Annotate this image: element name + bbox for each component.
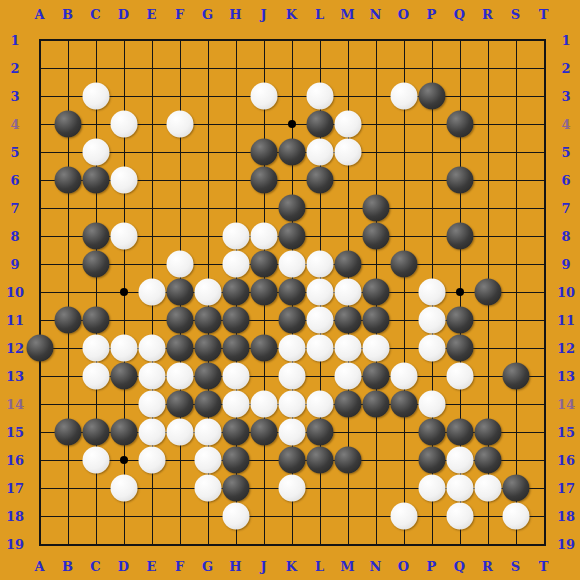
intersection-N1[interactable]	[362, 26, 390, 54]
intersection-Q11[interactable]	[446, 306, 474, 334]
intersection-T16[interactable]	[530, 446, 558, 474]
intersection-T8[interactable]	[530, 222, 558, 250]
intersection-S4[interactable]	[502, 110, 530, 138]
intersection-K6[interactable]	[278, 166, 306, 194]
intersection-P3[interactable]	[418, 82, 446, 110]
intersection-P5[interactable]	[418, 138, 446, 166]
intersection-H6[interactable]	[222, 166, 250, 194]
intersection-J13[interactable]	[250, 362, 278, 390]
intersection-O19[interactable]	[390, 530, 418, 558]
intersection-M5[interactable]	[334, 138, 362, 166]
intersection-R10[interactable]	[474, 278, 502, 306]
intersection-B2[interactable]	[54, 54, 82, 82]
intersection-B16[interactable]	[54, 446, 82, 474]
intersection-T15[interactable]	[530, 418, 558, 446]
intersection-M16[interactable]	[334, 446, 362, 474]
intersection-Q2[interactable]	[446, 54, 474, 82]
intersection-M3[interactable]	[334, 82, 362, 110]
intersection-S3[interactable]	[502, 82, 530, 110]
intersection-G1[interactable]	[194, 26, 222, 54]
intersection-M15[interactable]	[334, 418, 362, 446]
intersection-C18[interactable]	[82, 502, 110, 530]
intersection-B6[interactable]	[54, 166, 82, 194]
intersection-Q8[interactable]	[446, 222, 474, 250]
intersection-H11[interactable]	[222, 306, 250, 334]
intersection-T5[interactable]	[530, 138, 558, 166]
intersection-C17[interactable]	[82, 474, 110, 502]
intersection-S16[interactable]	[502, 446, 530, 474]
intersection-Q5[interactable]	[446, 138, 474, 166]
intersection-L9[interactable]	[306, 250, 334, 278]
intersection-P10[interactable]	[418, 278, 446, 306]
intersection-L15[interactable]	[306, 418, 334, 446]
intersection-F8[interactable]	[166, 222, 194, 250]
intersection-F5[interactable]	[166, 138, 194, 166]
intersection-P9[interactable]	[418, 250, 446, 278]
intersection-B8[interactable]	[54, 222, 82, 250]
intersection-R4[interactable]	[474, 110, 502, 138]
intersection-N7[interactable]	[362, 194, 390, 222]
intersection-N2[interactable]	[362, 54, 390, 82]
intersection-B19[interactable]	[54, 530, 82, 558]
intersection-Q10[interactable]	[446, 278, 474, 306]
intersection-T12[interactable]	[530, 334, 558, 362]
intersection-M18[interactable]	[334, 502, 362, 530]
intersection-C12[interactable]	[82, 334, 110, 362]
intersection-S5[interactable]	[502, 138, 530, 166]
intersection-J16[interactable]	[250, 446, 278, 474]
intersection-R14[interactable]	[474, 390, 502, 418]
intersection-F12[interactable]	[166, 334, 194, 362]
intersection-J17[interactable]	[250, 474, 278, 502]
intersection-D4[interactable]	[110, 110, 138, 138]
intersection-D17[interactable]	[110, 474, 138, 502]
intersection-N16[interactable]	[362, 446, 390, 474]
intersection-N14[interactable]	[362, 390, 390, 418]
intersection-D1[interactable]	[110, 26, 138, 54]
intersection-E2[interactable]	[138, 54, 166, 82]
intersection-A2[interactable]	[26, 54, 54, 82]
intersection-O18[interactable]	[390, 502, 418, 530]
intersection-K2[interactable]	[278, 54, 306, 82]
intersection-B14[interactable]	[54, 390, 82, 418]
intersection-M8[interactable]	[334, 222, 362, 250]
intersection-S12[interactable]	[502, 334, 530, 362]
intersection-O9[interactable]	[390, 250, 418, 278]
intersection-K4[interactable]	[278, 110, 306, 138]
intersection-A16[interactable]	[26, 446, 54, 474]
intersection-L16[interactable]	[306, 446, 334, 474]
intersection-Q9[interactable]	[446, 250, 474, 278]
intersection-S1[interactable]	[502, 26, 530, 54]
intersection-A14[interactable]	[26, 390, 54, 418]
intersection-R13[interactable]	[474, 362, 502, 390]
intersection-G3[interactable]	[194, 82, 222, 110]
intersection-A11[interactable]	[26, 306, 54, 334]
intersection-P4[interactable]	[418, 110, 446, 138]
intersection-R9[interactable]	[474, 250, 502, 278]
intersection-A9[interactable]	[26, 250, 54, 278]
intersection-G16[interactable]	[194, 446, 222, 474]
intersection-D7[interactable]	[110, 194, 138, 222]
intersection-G4[interactable]	[194, 110, 222, 138]
intersection-O12[interactable]	[390, 334, 418, 362]
intersection-G13[interactable]	[194, 362, 222, 390]
intersection-F10[interactable]	[166, 278, 194, 306]
intersection-O16[interactable]	[390, 446, 418, 474]
intersection-P8[interactable]	[418, 222, 446, 250]
intersection-S6[interactable]	[502, 166, 530, 194]
intersection-T13[interactable]	[530, 362, 558, 390]
intersection-N15[interactable]	[362, 418, 390, 446]
intersection-P13[interactable]	[418, 362, 446, 390]
intersection-N17[interactable]	[362, 474, 390, 502]
intersection-L17[interactable]	[306, 474, 334, 502]
intersection-R6[interactable]	[474, 166, 502, 194]
intersection-P17[interactable]	[418, 474, 446, 502]
intersection-B4[interactable]	[54, 110, 82, 138]
intersection-L3[interactable]	[306, 82, 334, 110]
intersection-T4[interactable]	[530, 110, 558, 138]
intersection-H1[interactable]	[222, 26, 250, 54]
intersection-E5[interactable]	[138, 138, 166, 166]
intersection-H14[interactable]	[222, 390, 250, 418]
intersection-F6[interactable]	[166, 166, 194, 194]
intersection-P19[interactable]	[418, 530, 446, 558]
intersection-E15[interactable]	[138, 418, 166, 446]
intersection-E7[interactable]	[138, 194, 166, 222]
intersection-R2[interactable]	[474, 54, 502, 82]
intersection-P1[interactable]	[418, 26, 446, 54]
intersection-N5[interactable]	[362, 138, 390, 166]
intersection-O5[interactable]	[390, 138, 418, 166]
intersection-K8[interactable]	[278, 222, 306, 250]
intersection-S11[interactable]	[502, 306, 530, 334]
intersection-N6[interactable]	[362, 166, 390, 194]
intersection-A13[interactable]	[26, 362, 54, 390]
intersection-J3[interactable]	[250, 82, 278, 110]
intersection-Q15[interactable]	[446, 418, 474, 446]
intersection-C2[interactable]	[82, 54, 110, 82]
intersection-A12[interactable]	[26, 334, 54, 362]
intersection-M17[interactable]	[334, 474, 362, 502]
intersection-D13[interactable]	[110, 362, 138, 390]
intersection-D8[interactable]	[110, 222, 138, 250]
intersection-N11[interactable]	[362, 306, 390, 334]
intersection-K10[interactable]	[278, 278, 306, 306]
intersection-Q19[interactable]	[446, 530, 474, 558]
intersection-E13[interactable]	[138, 362, 166, 390]
intersection-R11[interactable]	[474, 306, 502, 334]
intersection-J12[interactable]	[250, 334, 278, 362]
intersection-A8[interactable]	[26, 222, 54, 250]
intersection-O2[interactable]	[390, 54, 418, 82]
intersection-F9[interactable]	[166, 250, 194, 278]
intersection-C14[interactable]	[82, 390, 110, 418]
intersection-T10[interactable]	[530, 278, 558, 306]
intersection-F3[interactable]	[166, 82, 194, 110]
intersection-A19[interactable]	[26, 530, 54, 558]
intersection-J11[interactable]	[250, 306, 278, 334]
intersection-E4[interactable]	[138, 110, 166, 138]
intersection-A17[interactable]	[26, 474, 54, 502]
intersection-O11[interactable]	[390, 306, 418, 334]
intersection-G17[interactable]	[194, 474, 222, 502]
intersection-A3[interactable]	[26, 82, 54, 110]
intersection-G8[interactable]	[194, 222, 222, 250]
intersection-D14[interactable]	[110, 390, 138, 418]
intersection-N4[interactable]	[362, 110, 390, 138]
intersection-A6[interactable]	[26, 166, 54, 194]
intersection-R17[interactable]	[474, 474, 502, 502]
intersection-C4[interactable]	[82, 110, 110, 138]
intersection-C5[interactable]	[82, 138, 110, 166]
intersection-J8[interactable]	[250, 222, 278, 250]
intersection-F11[interactable]	[166, 306, 194, 334]
intersection-Q7[interactable]	[446, 194, 474, 222]
intersection-H5[interactable]	[222, 138, 250, 166]
intersection-S10[interactable]	[502, 278, 530, 306]
intersection-C1[interactable]	[82, 26, 110, 54]
intersection-D16[interactable]	[110, 446, 138, 474]
intersection-T14[interactable]	[530, 390, 558, 418]
intersection-E8[interactable]	[138, 222, 166, 250]
intersection-D15[interactable]	[110, 418, 138, 446]
intersection-B17[interactable]	[54, 474, 82, 502]
intersection-L2[interactable]	[306, 54, 334, 82]
intersection-H2[interactable]	[222, 54, 250, 82]
intersection-T7[interactable]	[530, 194, 558, 222]
intersection-B13[interactable]	[54, 362, 82, 390]
intersection-J2[interactable]	[250, 54, 278, 82]
intersection-J15[interactable]	[250, 418, 278, 446]
intersection-K9[interactable]	[278, 250, 306, 278]
intersection-M7[interactable]	[334, 194, 362, 222]
intersection-F13[interactable]	[166, 362, 194, 390]
intersection-H7[interactable]	[222, 194, 250, 222]
intersection-M2[interactable]	[334, 54, 362, 82]
intersection-S8[interactable]	[502, 222, 530, 250]
intersection-J18[interactable]	[250, 502, 278, 530]
intersection-K19[interactable]	[278, 530, 306, 558]
intersection-J4[interactable]	[250, 110, 278, 138]
intersection-A1[interactable]	[26, 26, 54, 54]
intersection-K17[interactable]	[278, 474, 306, 502]
intersection-M13[interactable]	[334, 362, 362, 390]
intersection-L13[interactable]	[306, 362, 334, 390]
intersection-J5[interactable]	[250, 138, 278, 166]
intersection-C16[interactable]	[82, 446, 110, 474]
intersection-T2[interactable]	[530, 54, 558, 82]
intersection-G6[interactable]	[194, 166, 222, 194]
intersection-K16[interactable]	[278, 446, 306, 474]
intersection-G18[interactable]	[194, 502, 222, 530]
intersection-S9[interactable]	[502, 250, 530, 278]
intersection-A10[interactable]	[26, 278, 54, 306]
intersection-T17[interactable]	[530, 474, 558, 502]
intersection-H13[interactable]	[222, 362, 250, 390]
intersection-M11[interactable]	[334, 306, 362, 334]
intersection-G15[interactable]	[194, 418, 222, 446]
intersection-T6[interactable]	[530, 166, 558, 194]
intersection-K13[interactable]	[278, 362, 306, 390]
intersection-J7[interactable]	[250, 194, 278, 222]
intersection-P12[interactable]	[418, 334, 446, 362]
intersection-H19[interactable]	[222, 530, 250, 558]
intersection-E6[interactable]	[138, 166, 166, 194]
intersection-C13[interactable]	[82, 362, 110, 390]
intersection-Q17[interactable]	[446, 474, 474, 502]
intersection-L12[interactable]	[306, 334, 334, 362]
intersection-O7[interactable]	[390, 194, 418, 222]
intersection-O13[interactable]	[390, 362, 418, 390]
intersection-N3[interactable]	[362, 82, 390, 110]
intersection-F14[interactable]	[166, 390, 194, 418]
intersection-B3[interactable]	[54, 82, 82, 110]
intersection-N10[interactable]	[362, 278, 390, 306]
intersection-Q3[interactable]	[446, 82, 474, 110]
intersection-E17[interactable]	[138, 474, 166, 502]
intersection-L7[interactable]	[306, 194, 334, 222]
intersection-H15[interactable]	[222, 418, 250, 446]
intersection-E11[interactable]	[138, 306, 166, 334]
intersection-Q13[interactable]	[446, 362, 474, 390]
intersection-T9[interactable]	[530, 250, 558, 278]
intersection-S2[interactable]	[502, 54, 530, 82]
intersection-L4[interactable]	[306, 110, 334, 138]
intersection-G10[interactable]	[194, 278, 222, 306]
intersection-F7[interactable]	[166, 194, 194, 222]
intersection-B12[interactable]	[54, 334, 82, 362]
intersection-J9[interactable]	[250, 250, 278, 278]
intersection-P7[interactable]	[418, 194, 446, 222]
intersection-E18[interactable]	[138, 502, 166, 530]
intersection-S19[interactable]	[502, 530, 530, 558]
intersection-Q4[interactable]	[446, 110, 474, 138]
intersection-F16[interactable]	[166, 446, 194, 474]
intersection-C3[interactable]	[82, 82, 110, 110]
intersection-J10[interactable]	[250, 278, 278, 306]
intersection-D19[interactable]	[110, 530, 138, 558]
intersection-N19[interactable]	[362, 530, 390, 558]
intersection-B1[interactable]	[54, 26, 82, 54]
intersection-H10[interactable]	[222, 278, 250, 306]
intersection-T1[interactable]	[530, 26, 558, 54]
intersection-G9[interactable]	[194, 250, 222, 278]
intersection-L10[interactable]	[306, 278, 334, 306]
intersection-A18[interactable]	[26, 502, 54, 530]
intersection-L18[interactable]	[306, 502, 334, 530]
intersection-B5[interactable]	[54, 138, 82, 166]
intersection-R7[interactable]	[474, 194, 502, 222]
intersection-F15[interactable]	[166, 418, 194, 446]
intersection-D9[interactable]	[110, 250, 138, 278]
intersection-E9[interactable]	[138, 250, 166, 278]
intersection-E16[interactable]	[138, 446, 166, 474]
intersection-L1[interactable]	[306, 26, 334, 54]
intersection-E19[interactable]	[138, 530, 166, 558]
intersection-R15[interactable]	[474, 418, 502, 446]
intersection-S17[interactable]	[502, 474, 530, 502]
intersection-M6[interactable]	[334, 166, 362, 194]
intersection-H9[interactable]	[222, 250, 250, 278]
intersection-G7[interactable]	[194, 194, 222, 222]
intersection-L8[interactable]	[306, 222, 334, 250]
intersection-Q18[interactable]	[446, 502, 474, 530]
intersection-B11[interactable]	[54, 306, 82, 334]
intersection-C9[interactable]	[82, 250, 110, 278]
intersection-H4[interactable]	[222, 110, 250, 138]
intersection-P18[interactable]	[418, 502, 446, 530]
intersection-K1[interactable]	[278, 26, 306, 54]
intersection-O14[interactable]	[390, 390, 418, 418]
intersection-T11[interactable]	[530, 306, 558, 334]
intersection-R16[interactable]	[474, 446, 502, 474]
intersection-H18[interactable]	[222, 502, 250, 530]
intersection-L5[interactable]	[306, 138, 334, 166]
intersection-R1[interactable]	[474, 26, 502, 54]
intersection-P11[interactable]	[418, 306, 446, 334]
intersection-C7[interactable]	[82, 194, 110, 222]
intersection-J14[interactable]	[250, 390, 278, 418]
intersection-E1[interactable]	[138, 26, 166, 54]
intersection-M12[interactable]	[334, 334, 362, 362]
intersection-A7[interactable]	[26, 194, 54, 222]
intersection-K7[interactable]	[278, 194, 306, 222]
intersection-P16[interactable]	[418, 446, 446, 474]
intersection-C10[interactable]	[82, 278, 110, 306]
intersection-E10[interactable]	[138, 278, 166, 306]
intersection-C11[interactable]	[82, 306, 110, 334]
intersection-P6[interactable]	[418, 166, 446, 194]
intersection-R8[interactable]	[474, 222, 502, 250]
intersection-N8[interactable]	[362, 222, 390, 250]
intersection-L6[interactable]	[306, 166, 334, 194]
intersection-E3[interactable]	[138, 82, 166, 110]
intersection-D2[interactable]	[110, 54, 138, 82]
intersection-F19[interactable]	[166, 530, 194, 558]
intersection-A4[interactable]	[26, 110, 54, 138]
intersection-F1[interactable]	[166, 26, 194, 54]
intersection-A5[interactable]	[26, 138, 54, 166]
intersection-D18[interactable]	[110, 502, 138, 530]
intersection-B10[interactable]	[54, 278, 82, 306]
intersection-S7[interactable]	[502, 194, 530, 222]
intersection-M10[interactable]	[334, 278, 362, 306]
intersection-Q6[interactable]	[446, 166, 474, 194]
intersection-Q14[interactable]	[446, 390, 474, 418]
intersection-O17[interactable]	[390, 474, 418, 502]
intersection-J6[interactable]	[250, 166, 278, 194]
intersection-L11[interactable]	[306, 306, 334, 334]
intersection-G11[interactable]	[194, 306, 222, 334]
intersection-F4[interactable]	[166, 110, 194, 138]
intersection-O8[interactable]	[390, 222, 418, 250]
intersection-G12[interactable]	[194, 334, 222, 362]
intersection-T3[interactable]	[530, 82, 558, 110]
intersection-N18[interactable]	[362, 502, 390, 530]
intersection-J1[interactable]	[250, 26, 278, 54]
intersection-D11[interactable]	[110, 306, 138, 334]
intersection-N12[interactable]	[362, 334, 390, 362]
intersection-K5[interactable]	[278, 138, 306, 166]
intersection-H17[interactable]	[222, 474, 250, 502]
intersection-C15[interactable]	[82, 418, 110, 446]
intersection-Q16[interactable]	[446, 446, 474, 474]
intersection-R5[interactable]	[474, 138, 502, 166]
intersection-R18[interactable]	[474, 502, 502, 530]
intersection-D12[interactable]	[110, 334, 138, 362]
